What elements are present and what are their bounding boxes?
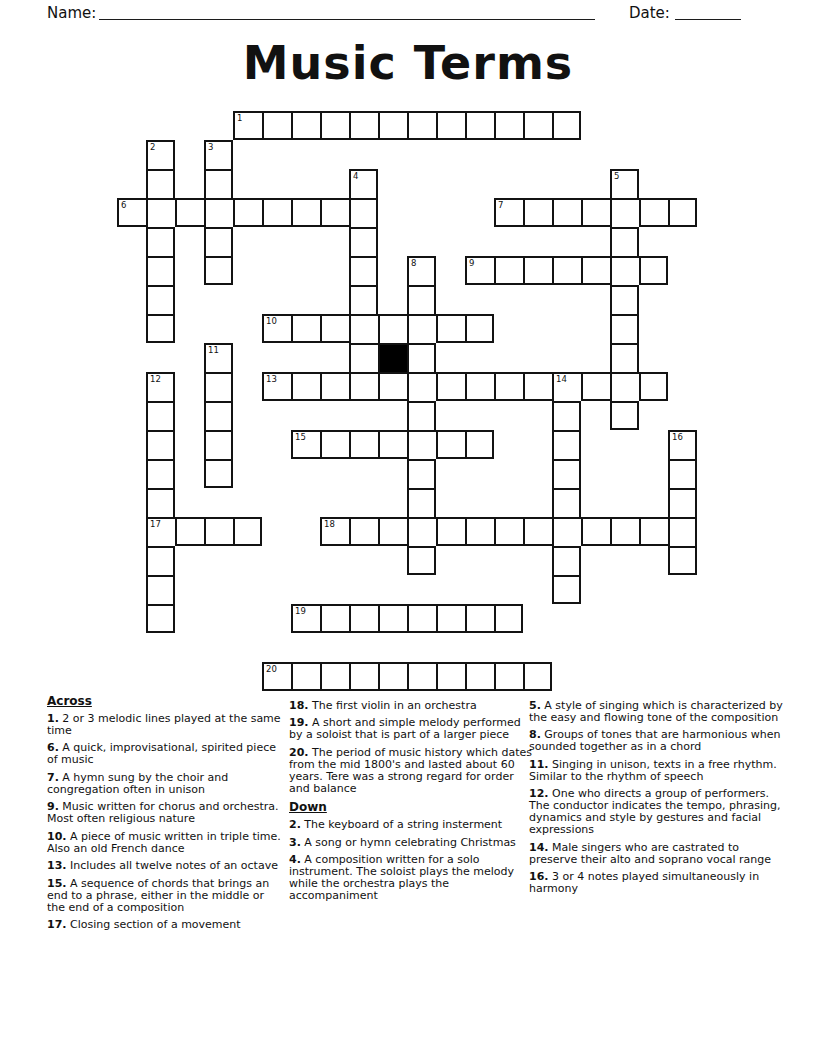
grid-cell[interactable] [494, 517, 523, 546]
clue-number: 7 [498, 200, 503, 210]
grid-cell[interactable] [581, 372, 610, 401]
grid-cell[interactable] [320, 314, 349, 343]
clue-number: 18 [324, 519, 335, 529]
grid-cell[interactable] [146, 401, 175, 430]
grid-cell[interactable] [291, 198, 320, 227]
grid-cell[interactable] [349, 372, 378, 401]
clue: 10. A piece of music written in triple t… [47, 831, 283, 855]
clue: 18. The first violin in an orchestra [289, 700, 532, 712]
grid-cell[interactable] [204, 256, 233, 285]
grid-cell[interactable] [146, 575, 175, 604]
clue-number: 13 [266, 374, 277, 384]
grid-cell[interactable] [639, 256, 668, 285]
grid-cell[interactable] [639, 198, 668, 227]
grid-cell[interactable] [291, 111, 320, 140]
grid-cell[interactable] [320, 372, 349, 401]
grid-cell[interactable] [494, 111, 523, 140]
grid-cell[interactable] [407, 488, 436, 517]
clue-number: 3 [208, 142, 213, 152]
across-clues-col2: 18. The first violin in an orchestra19. … [289, 700, 532, 795]
clue-text: A quick, improvisational, spirited piece… [47, 741, 276, 766]
clue-text: Male singers who are castrated to preser… [529, 841, 771, 866]
clue-number-label: 3. [289, 836, 301, 849]
grid-cell[interactable] [552, 459, 581, 488]
grid-cell[interactable] [146, 546, 175, 575]
clue-number: 8 [411, 258, 416, 268]
grid-cell[interactable] [610, 343, 639, 372]
grid-cell[interactable]: 16 [668, 430, 697, 459]
grid-cell[interactable] [378, 111, 407, 140]
grid-cell[interactable] [146, 459, 175, 488]
grid-cell[interactable] [523, 662, 552, 691]
grid-cell[interactable]: 4 [349, 169, 378, 198]
grid-cell[interactable] [378, 662, 407, 691]
grid-cell[interactable]: 15 [291, 430, 320, 459]
grid-cell[interactable] [581, 198, 610, 227]
grid-cell[interactable] [407, 459, 436, 488]
grid-cell[interactable] [349, 604, 378, 633]
date-line[interactable] [675, 4, 741, 20]
grid-cell[interactable]: 19 [291, 604, 320, 633]
clue-column-3: 5. A style of singing which is character… [529, 700, 783, 901]
grid-cell[interactable] [436, 314, 465, 343]
grid-cell[interactable] [552, 546, 581, 575]
grid-cell[interactable] [233, 517, 262, 546]
clue-text: 3 or 4 notes played simultaneously in ha… [529, 870, 759, 895]
clue: 3. A song or hymn celebrating Christmas [289, 837, 532, 849]
clue-number-label: 17. [47, 918, 67, 931]
grid-cell[interactable]: 18 [320, 517, 349, 546]
grid-cell[interactable] [639, 517, 668, 546]
clue-text: One who directs a group of performers. T… [529, 787, 780, 836]
grid-cell[interactable] [175, 198, 204, 227]
grid-cell[interactable] [494, 604, 523, 633]
clue: 11. Singing in unison, texts in a free r… [529, 759, 783, 783]
grid-cell[interactable] [407, 372, 436, 401]
clue-text: 2 or 3 melodic lines played at the same … [47, 712, 281, 737]
grid-cell[interactable] [320, 604, 349, 633]
grid-cell[interactable]: 12 [146, 372, 175, 401]
grid-cell[interactable] [175, 517, 204, 546]
grid-cell[interactable] [204, 198, 233, 227]
grid-cell[interactable]: 1 [233, 111, 262, 140]
grid-cell[interactable] [349, 111, 378, 140]
grid-cell[interactable] [204, 372, 233, 401]
grid-cell[interactable] [436, 662, 465, 691]
clue-text: A piece of music written in triple time.… [47, 830, 281, 855]
page-title: Music Terms [0, 36, 816, 90]
clue-number: 16 [672, 432, 683, 442]
grid-cell[interactable] [436, 517, 465, 546]
date-label: Date: [629, 4, 670, 22]
clue-text: Singing in unison, texts in a free rhyth… [529, 758, 777, 783]
clue-number: 4 [353, 171, 358, 181]
grid-cell[interactable]: 9 [465, 256, 494, 285]
grid-cell[interactable] [204, 401, 233, 430]
grid-cell[interactable] [436, 372, 465, 401]
clue-number-label: 13. [47, 859, 67, 872]
clue-number: 12 [150, 374, 161, 384]
grid-cell[interactable] [407, 343, 436, 372]
grid-cell[interactable] [552, 111, 581, 140]
grid-cell[interactable] [465, 517, 494, 546]
grid-cell[interactable] [552, 430, 581, 459]
grid-cell[interactable] [407, 401, 436, 430]
grid-cell[interactable] [610, 401, 639, 430]
clue-text: A song or hymn celebrating Christmas [301, 836, 516, 849]
grid-cell[interactable] [494, 372, 523, 401]
clue-text: Groups of tones that are harmonious when… [529, 728, 780, 753]
grid-cell[interactable] [639, 372, 668, 401]
grid-cell[interactable] [349, 343, 378, 372]
grid-cell[interactable]: 13 [262, 372, 291, 401]
grid-cell[interactable] [465, 662, 494, 691]
clue-number: 2 [150, 142, 155, 152]
clue: 14. Male singers who are castrated to pr… [529, 842, 783, 866]
grid-cell[interactable] [668, 488, 697, 517]
grid-cell[interactable] [523, 111, 552, 140]
clue-number-label: 18. [289, 699, 309, 712]
grid-cell[interactable] [668, 517, 697, 546]
grid-cell[interactable] [378, 604, 407, 633]
grid-cell[interactable] [204, 459, 233, 488]
grid-cell[interactable]: 5 [610, 169, 639, 198]
grid-cell[interactable] [349, 662, 378, 691]
grid-cell[interactable] [465, 314, 494, 343]
grid-cell[interactable] [407, 517, 436, 546]
grid-cell[interactable] [262, 198, 291, 227]
clue-text: A short and simple melody performed by a… [289, 716, 521, 741]
clue-column-1: Across 1. 2 or 3 melodic lines played at… [47, 694, 283, 937]
grid-cell[interactable] [407, 314, 436, 343]
grid-cell[interactable] [407, 285, 436, 314]
clue: 9. Music written for chorus and orchestr… [47, 801, 283, 825]
clue-column-2: 18. The first violin in an orchestra19. … [289, 700, 532, 908]
clue: 12. One who directs a group of performer… [529, 788, 783, 836]
grid-cell[interactable] [610, 198, 639, 227]
grid-cell[interactable] [552, 401, 581, 430]
grid-cell[interactable] [146, 227, 175, 256]
clue: 7. A hymn sung by the choir and congrega… [47, 772, 283, 796]
across-heading: Across [47, 694, 283, 708]
clue-text: Music written for chorus and orchestra. … [47, 800, 278, 825]
grid-cell[interactable] [349, 430, 378, 459]
grid-cell[interactable] [146, 169, 175, 198]
grid-cell[interactable] [436, 604, 465, 633]
clue-number: 14 [556, 374, 567, 384]
grid-cell[interactable] [146, 198, 175, 227]
clue: 4. A composition written for a solo inst… [289, 854, 532, 902]
grid-cell[interactable]: 8 [407, 256, 436, 285]
clue-number: 1 [237, 113, 242, 123]
grid-cell[interactable] [436, 111, 465, 140]
name-line[interactable] [99, 4, 595, 20]
grid-cell[interactable] [349, 256, 378, 285]
clue: 1. 2 or 3 melodic lines played at the sa… [47, 713, 283, 737]
name-label: Name: [47, 4, 96, 22]
clue: 2. The keyboard of a string insterment [289, 819, 532, 831]
grid-cell[interactable] [262, 111, 291, 140]
clue-number: 19 [295, 606, 306, 616]
grid-cell[interactable] [349, 517, 378, 546]
grid-cell[interactable] [378, 372, 407, 401]
grid-cell[interactable] [349, 314, 378, 343]
grid-cell[interactable] [146, 430, 175, 459]
clue-number: 6 [121, 200, 126, 210]
clue-number: 10 [266, 316, 277, 326]
grid-cell[interactable] [465, 604, 494, 633]
clue-text: A style of singing which is characterize… [529, 699, 783, 724]
grid-cell[interactable]: 7 [494, 198, 523, 227]
clue: 20. The period of music history which da… [289, 747, 532, 795]
clue-number: 15 [295, 432, 306, 442]
grid-cell[interactable]: 20 [262, 662, 291, 691]
grid-cell[interactable] [610, 227, 639, 256]
down-clues-col2: 2. The keyboard of a string insterment3.… [289, 819, 532, 902]
down-clues-col3: 5. A style of singing which is character… [529, 700, 783, 895]
grid-cell[interactable]: 6 [117, 198, 146, 227]
grid-cell[interactable] [407, 604, 436, 633]
clue: 5. A style of singing which is character… [529, 700, 783, 724]
grid-cell[interactable] [146, 604, 175, 633]
clue-number: 5 [614, 171, 619, 181]
grid-cell[interactable] [291, 314, 320, 343]
grid-cell[interactable] [668, 459, 697, 488]
across-clues-col1: 1. 2 or 3 melodic lines played at the sa… [47, 713, 283, 931]
grid-cell[interactable] [523, 198, 552, 227]
grid-cell[interactable]: 3 [204, 140, 233, 169]
clue-number: 17 [150, 519, 161, 529]
grid-cell[interactable] [378, 430, 407, 459]
grid-cell[interactable] [581, 517, 610, 546]
grid-cell[interactable] [291, 662, 320, 691]
grid-cell[interactable] [523, 256, 552, 285]
grid-cell[interactable] [146, 285, 175, 314]
clue-text: A hymn sung by the choir and congregatio… [47, 771, 228, 796]
crossword-grid: 1234567891011121314151617181920 [117, 111, 697, 691]
grid-cell[interactable] [436, 430, 465, 459]
clue-number: 9 [469, 258, 474, 268]
grid-cell[interactable] [407, 546, 436, 575]
grid-cell[interactable] [668, 546, 697, 575]
grid-cell[interactable] [465, 430, 494, 459]
clue-text: The first violin in an orchestra [309, 699, 477, 712]
grid-cell[interactable] [204, 430, 233, 459]
grid-cell[interactable]: 11 [204, 343, 233, 372]
clue-text: Closing section of a movement [67, 918, 241, 931]
grid-cell[interactable]: 14 [552, 372, 581, 401]
grid-cell[interactable] [523, 372, 552, 401]
grid-cell[interactable] [146, 314, 175, 343]
grid-cell[interactable] [320, 111, 349, 140]
grid-cell[interactable] [465, 372, 494, 401]
grid-cell[interactable] [610, 372, 639, 401]
grid-cell[interactable] [523, 517, 552, 546]
grid-cell[interactable] [320, 198, 349, 227]
clue-text: A composition written for a solo instrum… [289, 853, 514, 902]
clue-number: 20 [266, 664, 277, 674]
grid-cell[interactable] [204, 517, 233, 546]
grid-cell[interactable] [494, 256, 523, 285]
grid-cell[interactable] [146, 256, 175, 285]
grid-cell[interactable] [552, 575, 581, 604]
grid-cell[interactable] [407, 111, 436, 140]
grid-cell[interactable] [204, 169, 233, 198]
grid-cell[interactable] [610, 517, 639, 546]
grid-cell[interactable] [233, 198, 262, 227]
grid-cell[interactable] [552, 517, 581, 546]
clue-number-label: 2. [289, 818, 301, 831]
grid-cell[interactable] [668, 198, 697, 227]
grid-cell[interactable] [349, 227, 378, 256]
grid-cell[interactable] [378, 314, 407, 343]
clue: 8. Groups of tones that are harmonious w… [529, 729, 783, 753]
grid-cell[interactable] [610, 314, 639, 343]
grid-cell[interactable] [610, 285, 639, 314]
grid-cell[interactable] [378, 517, 407, 546]
grid-cell[interactable] [407, 662, 436, 691]
grid-cell[interactable] [552, 488, 581, 517]
grid-cell[interactable]: 10 [262, 314, 291, 343]
grid-cell[interactable] [291, 372, 320, 401]
grid-cell[interactable] [465, 111, 494, 140]
grid-cell[interactable] [552, 256, 581, 285]
grid-cell[interactable]: 17 [146, 517, 175, 546]
clue: 16. 3 or 4 notes played simultaneously i… [529, 871, 783, 895]
grid-cell[interactable] [581, 256, 610, 285]
clue: 19. A short and simple melody performed … [289, 717, 532, 741]
grid-cell[interactable] [552, 198, 581, 227]
grid-cell[interactable] [349, 198, 378, 227]
clue: 17. Closing section of a movement [47, 919, 283, 931]
grid-cell[interactable] [349, 285, 378, 314]
grid-cell[interactable] [320, 662, 349, 691]
clue: 13. Includes all twelve notes of an octa… [47, 860, 283, 872]
grid-cell[interactable]: 2 [146, 140, 175, 169]
grid-cell[interactable] [494, 662, 523, 691]
clue-text: Includes all twelve notes of an octave [67, 859, 278, 872]
grid-cell[interactable] [204, 227, 233, 256]
black-cell [378, 343, 407, 372]
grid-cell[interactable] [610, 256, 639, 285]
clue: 15. A sequence of chords that brings an … [47, 878, 283, 914]
clue: 6. A quick, improvisational, spirited pi… [47, 742, 283, 766]
grid-cell[interactable] [407, 430, 436, 459]
grid-cell[interactable] [146, 488, 175, 517]
clue-text: A sequence of chords that brings an end … [47, 877, 269, 914]
clue-text: The period of music history which dates … [289, 746, 532, 795]
down-heading: Down [289, 800, 532, 814]
clue-text: The keyboard of a string insterment [301, 818, 502, 831]
clue-number: 11 [208, 345, 219, 355]
grid-cell[interactable] [320, 430, 349, 459]
